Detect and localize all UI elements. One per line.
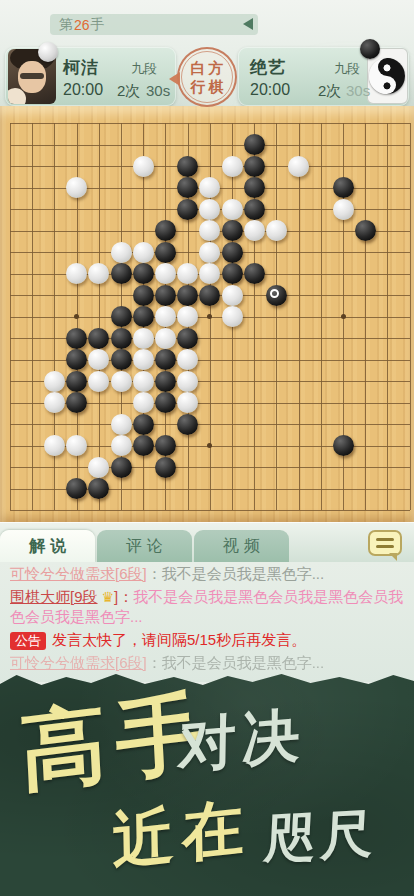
star-point: [207, 314, 212, 319]
star-point: [207, 443, 212, 448]
white-stone: [66, 263, 87, 284]
star-point: [341, 314, 346, 319]
black-stone: [222, 220, 243, 241]
black-stone: [111, 457, 132, 478]
black-stone: [66, 328, 87, 349]
chat-text: 我不是会员我是黑色字...: [162, 654, 325, 671]
white-stone: [88, 457, 109, 478]
white-stone: [155, 263, 176, 284]
white-stone: [66, 435, 87, 456]
grid-line-v: [365, 123, 366, 510]
chat-bubble-tail: [389, 553, 397, 561]
black-stone: [155, 242, 176, 263]
white-stone: [199, 263, 220, 284]
player-main-time-white: 20:00: [63, 81, 103, 99]
white-stone: [222, 306, 243, 327]
white-stone: [111, 414, 132, 435]
slogan-duijue: 对决: [178, 696, 307, 786]
white-stone: [222, 285, 243, 306]
black-stone: [155, 349, 176, 370]
player-name-black: 绝艺: [250, 56, 286, 79]
player-panel-white: 柯洁 九段 20:00 2次 30s: [5, 47, 176, 106]
white-stone: [88, 349, 109, 370]
white-stone: [177, 392, 198, 413]
black-stone: [244, 199, 265, 220]
white-stone: [288, 156, 309, 177]
black-stone: [355, 220, 376, 241]
black-stone: [155, 285, 176, 306]
black-stone: [333, 177, 354, 198]
black-stone: [155, 392, 176, 413]
black-stone: [244, 156, 265, 177]
avatar-glasses-art: [20, 73, 44, 79]
black-stone: [244, 134, 265, 155]
black-stone: [177, 199, 198, 220]
chat-announcement: 公告发言太快了，请间隔5/15秒后再发言。: [0, 628, 414, 651]
crown-icon: ♛: [98, 589, 114, 605]
white-stone: [88, 371, 109, 392]
star-point: [74, 314, 79, 319]
black-stone: [222, 263, 243, 284]
app-screen: 第26手 柯洁 九段 20:00 2次 30s 白方 行棋: [0, 0, 414, 896]
grid-line-h: [10, 424, 410, 425]
chat-username[interactable]: 可怜兮兮做需求[6段]: [10, 654, 147, 671]
white-stone: [222, 199, 243, 220]
white-stone: [177, 349, 198, 370]
move-number: 26: [73, 17, 91, 33]
black-stone: [133, 435, 154, 456]
black-stone: [222, 242, 243, 263]
grid-line-v: [299, 123, 300, 510]
tab-video[interactable]: 视频: [194, 530, 289, 562]
move-counter: 第26手: [50, 14, 258, 35]
black-stone: [111, 349, 132, 370]
white-stone: [133, 349, 154, 370]
slogan-jinzai: 近在: [112, 785, 253, 884]
yin-yang-icon: [369, 58, 405, 94]
black-stone-indicator-icon: [360, 39, 380, 59]
player-rank-black: 九段: [334, 60, 360, 78]
chat-text: 我不是会员我是黑色字...: [162, 565, 325, 582]
black-stone: [155, 435, 176, 456]
slogan-zhichi: 咫尺: [262, 799, 380, 875]
black-stone: [177, 156, 198, 177]
black-stone: [111, 306, 132, 327]
player-byoyomi-periods-black: 2次: [318, 82, 341, 101]
white-stone: [199, 177, 220, 198]
chat-bubble-icon[interactable]: [368, 530, 402, 556]
white-stone: [66, 177, 87, 198]
black-stone: [333, 435, 354, 456]
chat-username[interactable]: 围棋大师[9段: [10, 588, 98, 605]
black-stone: [66, 392, 87, 413]
white-stone: [44, 371, 65, 392]
announcement-badge: 公告: [10, 632, 46, 650]
black-stone: [133, 285, 154, 306]
white-stone: [133, 328, 154, 349]
white-stone: [133, 156, 154, 177]
black-stone: [177, 414, 198, 435]
black-stone: [133, 263, 154, 284]
black-stone: [111, 328, 132, 349]
black-stone: [88, 478, 109, 499]
white-stone: [199, 199, 220, 220]
white-stone: [199, 242, 220, 263]
white-stone: [133, 392, 154, 413]
grid-line-v: [387, 123, 388, 510]
grid-line-v: [276, 123, 277, 510]
black-stone: [111, 263, 132, 284]
white-stone: [133, 371, 154, 392]
white-stone: [155, 306, 176, 327]
black-stone: [66, 478, 87, 499]
player-rank-white: 九段: [131, 60, 157, 78]
black-stone: [133, 414, 154, 435]
white-stone: [111, 242, 132, 263]
move-counter-prefix: 第: [59, 16, 73, 34]
black-stone: [177, 177, 198, 198]
white-stone: [177, 306, 198, 327]
player-byoyomi-time-white: 30s: [146, 82, 170, 99]
white-stone: [266, 220, 287, 241]
chat-separator: ：: [118, 588, 133, 605]
white-stone: [44, 392, 65, 413]
black-stone: [88, 328, 109, 349]
promo-banner: 高手 对决 近在 咫尺: [0, 670, 414, 896]
white-stone: [199, 220, 220, 241]
chat-username[interactable]: 可怜兮兮做需求[6段]: [10, 565, 147, 582]
black-stone: [177, 328, 198, 349]
top-status-area: 第26手 柯洁 九段 20:00 2次 30s 白方 行棋: [0, 0, 414, 106]
chat-message: 可怜兮兮做需求[6段]：我不是会员我是黑色字...: [0, 562, 414, 585]
tab-comments[interactable]: 评论: [97, 530, 192, 562]
white-stone: [111, 435, 132, 456]
player-byoyomi-time-black: 30s: [346, 82, 370, 99]
move-counter-suffix: 手: [91, 16, 105, 34]
announcement-text: 发言太快了，请间隔5/15秒后再发言。: [52, 631, 306, 648]
turn-indicator-line1: 白方: [179, 59, 235, 78]
white-stone: [222, 156, 243, 177]
black-stone: [155, 371, 176, 392]
grid-line-v: [410, 123, 411, 510]
black-stone: [66, 371, 87, 392]
black-stone: [177, 285, 198, 306]
black-stone: [244, 177, 265, 198]
white-stone: [155, 328, 176, 349]
black-stone: [66, 349, 87, 370]
player-main-time-black: 20:00: [250, 81, 290, 99]
player-name-white: 柯洁: [63, 56, 99, 79]
black-stone: [199, 285, 220, 306]
white-stone-indicator-icon: [38, 42, 58, 62]
chat-message: 可怜兮兮做需求[6段]：我不是会员我是黑色字...: [0, 651, 414, 674]
player-byoyomi-periods-white: 2次: [117, 82, 140, 101]
black-stone: [155, 220, 176, 241]
player-panel-black: 绝艺 九段 20:00 2次 30s: [238, 47, 409, 106]
collapse-arrow-icon[interactable]: [243, 18, 253, 30]
black-stone: [133, 306, 154, 327]
chat-separator: ：: [147, 565, 162, 582]
white-stone: [44, 435, 65, 456]
tab-bar: 解说评论视频: [0, 522, 414, 562]
chat-message: 围棋大师[9段 ♛]：我不是会员我是黑色会员我是黑色会员我色会员我是黑色字...: [0, 585, 414, 628]
black-stone: [244, 263, 265, 284]
go-board[interactable]: [0, 106, 414, 522]
white-stone: [333, 199, 354, 220]
last-move-marker-icon: [270, 289, 279, 298]
white-stone: [111, 371, 132, 392]
grid-line-h: [10, 467, 410, 468]
turn-indicator-stamp: 白方 行棋: [177, 47, 237, 107]
white-stone: [88, 263, 109, 284]
black-stone: [155, 457, 176, 478]
grid-line-h: [10, 510, 410, 511]
turn-indicator-line2: 行棋: [179, 78, 235, 97]
chat-separator: ：: [147, 654, 162, 671]
white-stone: [177, 371, 198, 392]
white-stone: [177, 263, 198, 284]
white-stone: [244, 220, 265, 241]
white-stone: [133, 242, 154, 263]
grid-line-v: [321, 123, 322, 510]
chat-area[interactable]: 可怜兮兮做需求[6段]：我不是会员我是黑色字...围棋大师[9段 ♛]：我不是会…: [0, 562, 414, 682]
tab-commentary[interactable]: 解说: [0, 530, 95, 562]
black-stone-last-move: [266, 285, 287, 306]
